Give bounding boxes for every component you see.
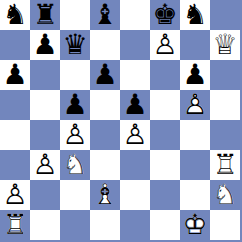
piece-glyph: ♟ [180, 60, 210, 90]
square-a7[interactable] [0, 30, 30, 60]
square-e3[interactable] [120, 150, 150, 180]
square-d8[interactable]: ♝ [90, 0, 120, 30]
piece-white-bishop: ♝♗ [90, 180, 120, 210]
square-h7[interactable]: ♛♕ [210, 30, 240, 60]
square-c7[interactable]: ♛ [60, 30, 90, 60]
piece-outline-layer: ♘ [60, 150, 90, 180]
square-e7[interactable] [120, 30, 150, 60]
square-e6[interactable] [120, 60, 150, 90]
square-h3[interactable]: ♜♖ [210, 150, 240, 180]
square-f5[interactable] [150, 90, 180, 120]
square-c8[interactable] [60, 0, 90, 30]
square-d1[interactable] [90, 210, 120, 240]
piece-black-king: ♚ [150, 0, 180, 30]
square-c1[interactable] [60, 210, 90, 240]
square-f8[interactable]: ♚ [150, 0, 180, 30]
square-g3[interactable] [180, 150, 210, 180]
square-b1[interactable] [30, 210, 60, 240]
piece-glyph: ♛ [60, 30, 90, 60]
piece-white-pawn: ♟♙ [0, 180, 30, 210]
piece-white-pawn: ♟♙ [60, 120, 90, 150]
piece-glyph: ♟ [60, 90, 90, 120]
piece-outline-layer: ♙ [150, 30, 180, 60]
square-h4[interactable] [210, 120, 240, 150]
square-f6[interactable] [150, 60, 180, 90]
piece-glyph: ♟ [30, 30, 60, 60]
square-g8[interactable]: ♞ [180, 0, 210, 30]
square-d7[interactable] [90, 30, 120, 60]
square-b8[interactable]: ♜ [30, 0, 60, 30]
piece-outline-layer: ♙ [0, 180, 30, 210]
square-f4[interactable] [150, 120, 180, 150]
square-f3[interactable] [150, 150, 180, 180]
piece-glyph: ♝ [90, 0, 120, 30]
chess-board: ♞♜♝♚♞♟♛♟♙♛♕♟♟♟♟♟♟♙♟♙♟♙♟♙♞♘♜♖♟♙♝♗♞♘♜♖♚♔ [0, 0, 242, 242]
piece-white-king: ♚♔ [180, 210, 210, 240]
square-h1[interactable] [210, 210, 240, 240]
square-b5[interactable] [30, 90, 60, 120]
square-a4[interactable] [0, 120, 30, 150]
square-a3[interactable] [0, 150, 30, 180]
piece-white-knight: ♞♘ [60, 150, 90, 180]
piece-outline-layer: ♙ [30, 150, 60, 180]
square-h8[interactable] [210, 0, 240, 30]
piece-white-pawn: ♟♙ [120, 120, 150, 150]
piece-black-pawn: ♟ [90, 60, 120, 90]
square-e2[interactable] [120, 180, 150, 210]
piece-black-knight: ♞ [0, 0, 30, 30]
square-e5[interactable]: ♟ [120, 90, 150, 120]
square-g4[interactable] [180, 120, 210, 150]
piece-glyph: ♞ [180, 0, 210, 30]
piece-white-rook: ♜♖ [210, 150, 240, 180]
square-f2[interactable] [150, 180, 180, 210]
piece-white-pawn: ♟♙ [180, 90, 210, 120]
piece-outline-layer: ♖ [210, 150, 240, 180]
piece-white-pawn: ♟♙ [150, 30, 180, 60]
piece-outline-layer: ♔ [180, 210, 210, 240]
piece-black-bishop: ♝ [90, 0, 120, 30]
piece-black-knight: ♞ [180, 0, 210, 30]
piece-outline-layer: ♗ [90, 180, 120, 210]
square-a1[interactable]: ♜♖ [0, 210, 30, 240]
piece-glyph: ♜ [30, 0, 60, 30]
piece-glyph: ♟ [120, 90, 150, 120]
square-g6[interactable]: ♟ [180, 60, 210, 90]
square-b3[interactable]: ♟♙ [30, 150, 60, 180]
square-h5[interactable] [210, 90, 240, 120]
piece-glyph: ♟ [90, 60, 120, 90]
square-b2[interactable] [30, 180, 60, 210]
square-d4[interactable] [90, 120, 120, 150]
square-f1[interactable] [150, 210, 180, 240]
square-h2[interactable]: ♞♘ [210, 180, 240, 210]
piece-glyph: ♟ [0, 60, 30, 90]
square-c2[interactable] [60, 180, 90, 210]
square-g5[interactable]: ♟♙ [180, 90, 210, 120]
piece-white-queen: ♛♕ [210, 30, 240, 60]
piece-black-rook: ♜ [30, 0, 60, 30]
square-e4[interactable]: ♟♙ [120, 120, 150, 150]
piece-black-pawn: ♟ [180, 60, 210, 90]
piece-black-queen: ♛ [60, 30, 90, 60]
piece-black-pawn: ♟ [30, 30, 60, 60]
piece-white-rook: ♜♖ [0, 210, 30, 240]
piece-black-pawn: ♟ [120, 90, 150, 120]
square-d5[interactable] [90, 90, 120, 120]
piece-white-knight: ♞♘ [210, 180, 240, 210]
square-c6[interactable] [60, 60, 90, 90]
square-a5[interactable] [0, 90, 30, 120]
piece-black-pawn: ♟ [60, 90, 90, 120]
piece-outline-layer: ♙ [60, 120, 90, 150]
square-c3[interactable]: ♞♘ [60, 150, 90, 180]
piece-black-pawn: ♟ [0, 60, 30, 90]
square-g1[interactable]: ♚♔ [180, 210, 210, 240]
chess-board-container: ♞♜♝♚♞♟♛♟♙♛♕♟♟♟♟♟♟♙♟♙♟♙♟♙♞♘♜♖♟♙♝♗♞♘♜♖♚♔ [0, 0, 242, 242]
square-b6[interactable] [30, 60, 60, 90]
square-g2[interactable] [180, 180, 210, 210]
square-a6[interactable]: ♟ [0, 60, 30, 90]
square-e1[interactable] [120, 210, 150, 240]
square-a8[interactable]: ♞ [0, 0, 30, 30]
piece-outline-layer: ♙ [180, 90, 210, 120]
piece-white-pawn: ♟♙ [30, 150, 60, 180]
square-d2[interactable]: ♝♗ [90, 180, 120, 210]
square-d3[interactable] [90, 150, 120, 180]
square-d6[interactable]: ♟ [90, 60, 120, 90]
square-c5[interactable]: ♟ [60, 90, 90, 120]
square-e8[interactable] [120, 0, 150, 30]
piece-glyph: ♚ [150, 0, 180, 30]
square-b7[interactable]: ♟ [30, 30, 60, 60]
piece-outline-layer: ♘ [210, 180, 240, 210]
square-c4[interactable]: ♟♙ [60, 120, 90, 150]
square-b4[interactable] [30, 120, 60, 150]
piece-glyph: ♞ [0, 0, 30, 30]
square-g7[interactable] [180, 30, 210, 60]
square-f7[interactable]: ♟♙ [150, 30, 180, 60]
square-a2[interactable]: ♟♙ [0, 180, 30, 210]
piece-outline-layer: ♙ [120, 120, 150, 150]
piece-outline-layer: ♕ [210, 30, 240, 60]
piece-outline-layer: ♖ [0, 210, 30, 240]
square-h6[interactable] [210, 60, 240, 90]
